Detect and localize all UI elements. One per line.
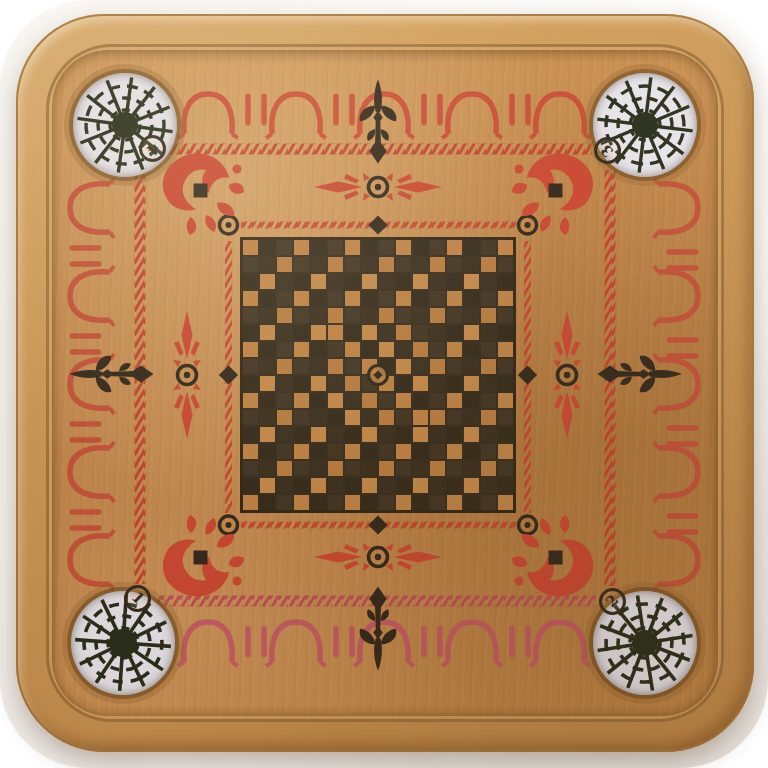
flanked-bullseye-top bbox=[314, 173, 442, 201]
board-cell-r8c10 bbox=[396, 359, 411, 374]
board-cell-r6c4 bbox=[294, 325, 309, 340]
board-cell-r5c10 bbox=[396, 308, 411, 323]
board-cell-r11c7 bbox=[345, 410, 360, 425]
board-cell-r11c8 bbox=[362, 410, 377, 425]
board-cell-r3c14 bbox=[464, 274, 479, 289]
board-cell-r14c8 bbox=[362, 461, 377, 476]
board-cell-r5c11 bbox=[413, 308, 428, 323]
board-cell-r4c7 bbox=[345, 291, 360, 306]
board-cell-r7c2 bbox=[260, 342, 275, 357]
board-cell-r2c8 bbox=[362, 257, 377, 272]
board-cell-r9c1 bbox=[243, 376, 258, 391]
board-cell-r12c6 bbox=[328, 427, 343, 442]
board-cell-r11c12 bbox=[430, 410, 445, 425]
board-cell-r5c2 bbox=[260, 308, 275, 323]
board-cell-r12c13 bbox=[447, 427, 462, 442]
board-cell-r2c3 bbox=[277, 257, 292, 272]
board-cell-r8c2 bbox=[260, 359, 275, 374]
board-cell-r1c14 bbox=[464, 240, 479, 255]
board-cell-r13c1 bbox=[243, 444, 258, 459]
board-cell-r14c11 bbox=[413, 461, 428, 476]
board-cell-r4c16 bbox=[498, 291, 513, 306]
flanked-bullseye-right bbox=[553, 311, 581, 439]
board-cell-r14c2 bbox=[260, 461, 275, 476]
board-cell-r10c11 bbox=[413, 393, 428, 408]
plume-square-bottom-left bbox=[194, 551, 208, 565]
board-cell-r1c7 bbox=[345, 240, 360, 255]
board-cell-r7c3 bbox=[277, 342, 292, 357]
board-cell-r2c15 bbox=[481, 257, 496, 272]
board-cell-r8c6 bbox=[328, 359, 343, 374]
flanked-bullseye-bottom bbox=[314, 543, 442, 571]
board-cell-r7c1 bbox=[243, 342, 258, 357]
board-cell-r2c9 bbox=[379, 257, 394, 272]
board-cell-r6c8 bbox=[362, 325, 377, 340]
board-cell-r13c4 bbox=[294, 444, 309, 459]
board-cell-r5c13 bbox=[447, 308, 462, 323]
board-cell-r5c5 bbox=[311, 308, 326, 323]
board-cell-r3c2 bbox=[260, 274, 275, 289]
board-cell-r16c12 bbox=[430, 495, 445, 510]
garland-right bbox=[654, 178, 698, 590]
board-cell-r5c14 bbox=[464, 308, 479, 323]
board-cell-r15c8 bbox=[362, 478, 377, 493]
board-cell-r2c5 bbox=[311, 257, 326, 272]
board-cell-r7c16 bbox=[498, 342, 513, 357]
board-cell-r9c10 bbox=[396, 376, 411, 391]
board-cell-r15c5 bbox=[311, 478, 326, 493]
board-cell-r4c9 bbox=[379, 291, 394, 306]
board-cell-r12c11 bbox=[413, 427, 428, 442]
pocket-bottom-left bbox=[71, 591, 175, 695]
board-cell-r9c4 bbox=[294, 376, 309, 391]
board-cell-r16c10 bbox=[396, 495, 411, 510]
board-cell-r5c16 bbox=[498, 308, 513, 323]
board-cell-r6c15 bbox=[481, 325, 496, 340]
board-cell-r8c4 bbox=[294, 359, 309, 374]
board-cell-r7c13 bbox=[447, 342, 462, 357]
board-cell-r5c6 bbox=[328, 308, 343, 323]
board-cell-r10c16 bbox=[498, 393, 513, 408]
board-cell-r8c14 bbox=[464, 359, 479, 374]
board-cell-r8c12 bbox=[430, 359, 445, 374]
pocket-top-left bbox=[73, 73, 177, 177]
board-cell-r13c6 bbox=[328, 444, 343, 459]
board-cell-r11c16 bbox=[498, 410, 513, 425]
board-cell-r15c16 bbox=[498, 478, 513, 493]
board-cell-r13c9 bbox=[379, 444, 394, 459]
board-cell-r9c14 bbox=[464, 376, 479, 391]
board-cell-r9c3 bbox=[277, 376, 292, 391]
plume-square-top-left bbox=[194, 184, 208, 198]
board-cell-r5c4 bbox=[294, 308, 309, 323]
board-cell-r1c4 bbox=[294, 240, 309, 255]
plume-square-top-right bbox=[549, 184, 563, 198]
board-cell-r11c9 bbox=[379, 410, 394, 425]
board-cell-r6c1 bbox=[243, 325, 258, 340]
board-cell-r2c4 bbox=[294, 257, 309, 272]
board-cell-r10c1 bbox=[243, 393, 258, 408]
board-cell-r1c9 bbox=[379, 240, 394, 255]
board-cell-r16c8 bbox=[362, 495, 377, 510]
board-cell-r1c13 bbox=[447, 240, 462, 255]
board-cell-r8c15 bbox=[481, 359, 496, 374]
board-cell-r15c13 bbox=[447, 478, 462, 493]
board-cell-r1c1 bbox=[243, 240, 258, 255]
board-cell-r6c7 bbox=[345, 325, 360, 340]
board-cell-r6c13 bbox=[447, 325, 462, 340]
board-cell-r15c6 bbox=[328, 478, 343, 493]
board-cell-r4c4 bbox=[294, 291, 309, 306]
board-cell-r11c3 bbox=[277, 410, 292, 425]
board-cell-r16c9 bbox=[379, 495, 394, 510]
board-cell-r2c16 bbox=[498, 257, 513, 272]
board-cell-r6c14 bbox=[464, 325, 479, 340]
board-cell-r10c7 bbox=[345, 393, 360, 408]
board-cell-r7c5 bbox=[311, 342, 326, 357]
board-cell-r9c12 bbox=[430, 376, 445, 391]
board-cell-r1c11 bbox=[413, 240, 428, 255]
board-cell-r13c8 bbox=[362, 444, 377, 459]
board-cell-r4c15 bbox=[481, 291, 496, 306]
board-cell-r15c7 bbox=[345, 478, 360, 493]
board-cell-r9c5 bbox=[311, 376, 326, 391]
board-cell-r4c8 bbox=[362, 291, 377, 306]
board-cell-r13c7 bbox=[345, 444, 360, 459]
board-cell-r6c11 bbox=[413, 325, 428, 340]
board-cell-r16c14 bbox=[464, 495, 479, 510]
board-cell-r3c13 bbox=[447, 274, 462, 289]
board-cell-r5c1 bbox=[243, 308, 258, 323]
board-cell-r3c3 bbox=[277, 274, 292, 289]
board-cell-r12c12 bbox=[430, 427, 445, 442]
board-cell-r4c2 bbox=[260, 291, 275, 306]
board-cell-r15c4 bbox=[294, 478, 309, 493]
board-cell-r2c2 bbox=[260, 257, 275, 272]
board-cell-r1c12 bbox=[430, 240, 445, 255]
board-cell-r10c15 bbox=[481, 393, 496, 408]
board-cell-r13c14 bbox=[464, 444, 479, 459]
board-cell-r8c11 bbox=[413, 359, 428, 374]
board-cell-r5c8 bbox=[362, 308, 377, 323]
board-cell-r10c3 bbox=[277, 393, 292, 408]
board-cell-r3c15 bbox=[481, 274, 496, 289]
board-cell-r11c2 bbox=[260, 410, 275, 425]
board-cell-r2c7 bbox=[345, 257, 360, 272]
board-cell-r6c6 bbox=[328, 325, 343, 340]
board-cell-r11c5 bbox=[311, 410, 326, 425]
board-cell-r16c2 bbox=[260, 495, 275, 510]
board-cell-r9c11 bbox=[413, 376, 428, 391]
board-cell-r14c9 bbox=[379, 461, 394, 476]
board-cell-r13c13 bbox=[447, 444, 462, 459]
board-cell-r11c13 bbox=[447, 410, 462, 425]
board-cell-r4c6 bbox=[328, 291, 343, 306]
board-cell-r6c9 bbox=[379, 325, 394, 340]
board-cell-r3c7 bbox=[345, 274, 360, 289]
board-cell-r2c12 bbox=[430, 257, 445, 272]
board-cell-r2c11 bbox=[413, 257, 428, 272]
board-cell-r1c3 bbox=[277, 240, 292, 255]
board-cell-r6c12 bbox=[430, 325, 445, 340]
board-cell-r10c9 bbox=[379, 393, 394, 408]
board-cell-r8c3 bbox=[277, 359, 292, 374]
board-cell-r11c4 bbox=[294, 410, 309, 425]
pocket-number-label: 1 bbox=[129, 590, 147, 608]
board-cell-r3c12 bbox=[430, 274, 445, 289]
board-cell-r2c10 bbox=[396, 257, 411, 272]
board-cell-r14c5 bbox=[311, 461, 326, 476]
board-cell-r7c15 bbox=[481, 342, 496, 357]
board-cell-r13c12 bbox=[430, 444, 445, 459]
board-cell-r10c10 bbox=[396, 393, 411, 408]
board-cell-r16c15 bbox=[481, 495, 496, 510]
board-cell-r2c13 bbox=[447, 257, 462, 272]
board-cell-r15c11 bbox=[413, 478, 428, 493]
board-cell-r10c4 bbox=[294, 393, 309, 408]
board-cell-r16c7 bbox=[345, 495, 360, 510]
pocket-number-label: 2 bbox=[604, 593, 622, 611]
board-cell-r12c14 bbox=[464, 427, 479, 442]
board-cell-r4c14 bbox=[464, 291, 479, 306]
center-target bbox=[358, 355, 398, 395]
board-cell-r7c12 bbox=[430, 342, 445, 357]
board-cell-r15c2 bbox=[260, 478, 275, 493]
board-cell-r5c3 bbox=[277, 308, 292, 323]
pocket-number-label: 4 bbox=[144, 140, 162, 158]
board-cell-r2c14 bbox=[464, 257, 479, 272]
board-cell-r1c15 bbox=[481, 240, 496, 255]
board-cell-r16c13 bbox=[447, 495, 462, 510]
board-cell-r12c2 bbox=[260, 427, 275, 442]
board-cell-r3c9 bbox=[379, 274, 394, 289]
board-cell-r14c7 bbox=[345, 461, 360, 476]
board-cell-r9c15 bbox=[481, 376, 496, 391]
board-cell-r8c13 bbox=[447, 359, 462, 374]
board-cell-r4c12 bbox=[430, 291, 445, 306]
board-cell-r4c13 bbox=[447, 291, 462, 306]
board-cell-r7c11 bbox=[413, 342, 428, 357]
board-cell-r15c10 bbox=[396, 478, 411, 493]
board-cell-r3c6 bbox=[328, 274, 343, 289]
board-cell-r8c16 bbox=[498, 359, 513, 374]
board-cell-r8c5 bbox=[311, 359, 326, 374]
board-cell-r3c5 bbox=[311, 274, 326, 289]
board-cell-r14c12 bbox=[430, 461, 445, 476]
board-cell-r9c16 bbox=[498, 376, 513, 391]
board-cell-r8c1 bbox=[243, 359, 258, 374]
board-cell-r13c15 bbox=[481, 444, 496, 459]
board-cell-r4c1 bbox=[243, 291, 258, 306]
pocket-net bbox=[73, 73, 177, 177]
board-cell-r16c6 bbox=[328, 495, 343, 510]
board-cell-r3c10 bbox=[396, 274, 411, 289]
board-cell-r10c2 bbox=[260, 393, 275, 408]
pocket-net bbox=[71, 591, 175, 695]
board-cell-r13c16 bbox=[498, 444, 513, 459]
board-cell-r10c5 bbox=[311, 393, 326, 408]
board-cell-r1c10 bbox=[396, 240, 411, 255]
board-cell-r6c2 bbox=[260, 325, 275, 340]
board-cell-r6c10 bbox=[396, 325, 411, 340]
board-cell-r12c15 bbox=[481, 427, 496, 442]
board-cell-r12c10 bbox=[396, 427, 411, 442]
board-cell-r12c7 bbox=[345, 427, 360, 442]
board-cell-r14c14 bbox=[464, 461, 479, 476]
board-cell-r10c6 bbox=[328, 393, 343, 408]
board-cell-r16c4 bbox=[294, 495, 309, 510]
board-cell-r14c1 bbox=[243, 461, 258, 476]
board-cell-r10c13 bbox=[447, 393, 462, 408]
board-cell-r13c11 bbox=[413, 444, 428, 459]
board-cell-r13c2 bbox=[260, 444, 275, 459]
board-cell-r14c4 bbox=[294, 461, 309, 476]
board-cell-r5c9 bbox=[379, 308, 394, 323]
board-cell-r2c1 bbox=[243, 257, 258, 272]
board-cell-r5c7 bbox=[345, 308, 360, 323]
board-cell-r9c13 bbox=[447, 376, 462, 391]
board-cell-r4c11 bbox=[413, 291, 428, 306]
flanked-bullseye-left bbox=[173, 311, 201, 439]
board-cell-r4c5 bbox=[311, 291, 326, 306]
board-cell-r7c4 bbox=[294, 342, 309, 357]
board-cell-r11c1 bbox=[243, 410, 258, 425]
board-cell-r12c4 bbox=[294, 427, 309, 442]
board-cell-r1c2 bbox=[260, 240, 275, 255]
board-cell-r4c3 bbox=[277, 291, 292, 306]
board-cell-r14c10 bbox=[396, 461, 411, 476]
board-cell-r3c11 bbox=[413, 274, 428, 289]
board-cell-r11c15 bbox=[481, 410, 496, 425]
board-cell-r11c10 bbox=[396, 410, 411, 425]
board-cell-r15c3 bbox=[277, 478, 292, 493]
board-cell-r5c15 bbox=[481, 308, 496, 323]
board-cell-r12c9 bbox=[379, 427, 394, 442]
board-cell-r1c16 bbox=[498, 240, 513, 255]
board-cell-r9c6 bbox=[328, 376, 343, 391]
board-cell-r11c14 bbox=[464, 410, 479, 425]
board-cell-r15c15 bbox=[481, 478, 496, 493]
board-cell-r14c3 bbox=[277, 461, 292, 476]
board-cell-r16c3 bbox=[277, 495, 292, 510]
board-cell-r12c1 bbox=[243, 427, 258, 442]
board-cell-r3c8 bbox=[362, 274, 377, 289]
board-cell-r11c11 bbox=[413, 410, 428, 425]
board-cell-r13c5 bbox=[311, 444, 326, 459]
board-cell-r7c10 bbox=[396, 342, 411, 357]
board-cell-r12c16 bbox=[498, 427, 513, 442]
photo-of-carrom-board: 4 3 1 2 bbox=[0, 0, 768, 768]
board-cell-r15c12 bbox=[430, 478, 445, 493]
board-cell-r3c16 bbox=[498, 274, 513, 289]
board-cell-r9c2 bbox=[260, 376, 275, 391]
board-cell-r10c12 bbox=[430, 393, 445, 408]
board-cell-r14c16 bbox=[498, 461, 513, 476]
board-cell-r10c14 bbox=[464, 393, 479, 408]
board-cell-r14c15 bbox=[481, 461, 496, 476]
board-cell-r15c9 bbox=[379, 478, 394, 493]
board-cell-r16c5 bbox=[311, 495, 326, 510]
board-cell-r7c14 bbox=[464, 342, 479, 357]
plume-square-bottom-right bbox=[549, 551, 563, 565]
board-cell-r14c6 bbox=[328, 461, 343, 476]
board-cell-r12c8 bbox=[362, 427, 377, 442]
board-cell-r10c8 bbox=[362, 393, 377, 408]
board-cell-r6c3 bbox=[277, 325, 292, 340]
board-cell-r3c1 bbox=[243, 274, 258, 289]
board-cell-r12c3 bbox=[277, 427, 292, 442]
board-cell-r5c12 bbox=[430, 308, 445, 323]
board-cell-r1c6 bbox=[328, 240, 343, 255]
board-cell-r15c14 bbox=[464, 478, 479, 493]
board-cell-r14c13 bbox=[447, 461, 462, 476]
board-cell-r7c6 bbox=[328, 342, 343, 357]
board-cell-r12c5 bbox=[311, 427, 326, 442]
board-cell-r1c5 bbox=[311, 240, 326, 255]
board-cell-r13c10 bbox=[396, 444, 411, 459]
pocket-number-label: 3 bbox=[599, 142, 617, 160]
board-cell-r4c10 bbox=[396, 291, 411, 306]
board-cell-r3c4 bbox=[294, 274, 309, 289]
board-cell-r15c1 bbox=[243, 478, 258, 493]
board-cell-r2c6 bbox=[328, 257, 343, 272]
board-cell-r13c3 bbox=[277, 444, 292, 459]
board-cell-r16c1 bbox=[243, 495, 258, 510]
board-cell-r11c6 bbox=[328, 410, 343, 425]
board-cell-r1c8 bbox=[362, 240, 377, 255]
board-cell-r16c11 bbox=[413, 495, 428, 510]
board-cell-r16c16 bbox=[498, 495, 513, 510]
board-cell-r6c5 bbox=[311, 325, 326, 340]
board-cell-r6c16 bbox=[498, 325, 513, 340]
